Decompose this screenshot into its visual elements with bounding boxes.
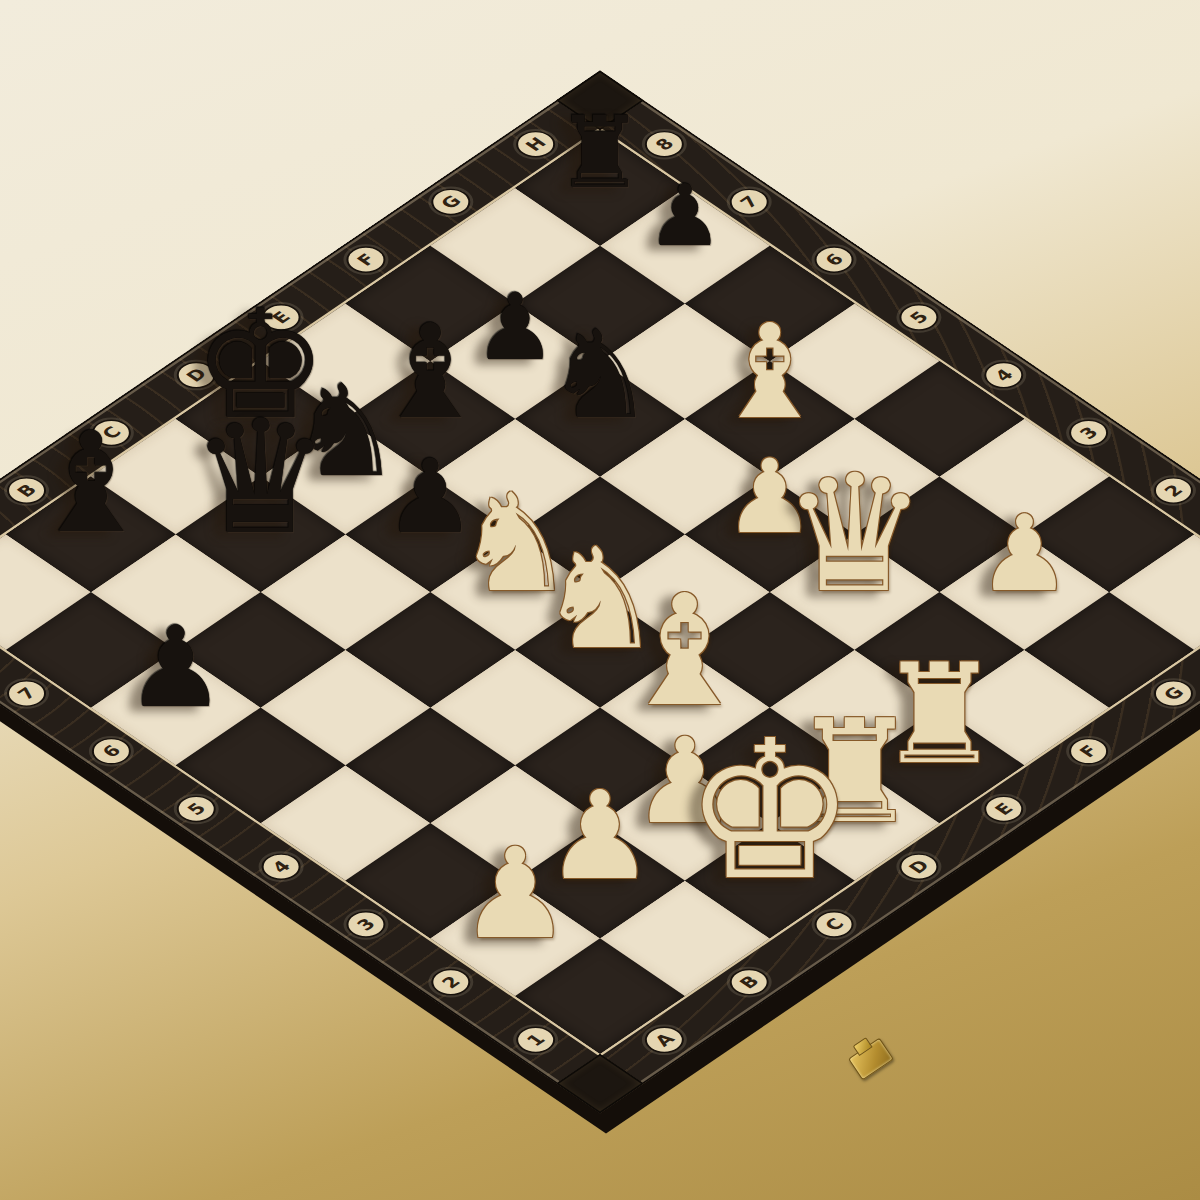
chess-board: AABBCCDDEEFFGGHH1122334455667788 bbox=[0, 71, 1200, 1114]
rank-label-left-5: 5 bbox=[169, 790, 224, 828]
file-label-near-d: D bbox=[891, 848, 946, 886]
rank-label-left-6: 6 bbox=[84, 732, 139, 770]
rank-label-left-3: 3 bbox=[338, 906, 393, 944]
file-label-far-d: D bbox=[169, 356, 224, 394]
photo-background: { "game": "chess", "scene": { "descripti… bbox=[0, 0, 1200, 1200]
file-label-near-f: F bbox=[1061, 732, 1116, 770]
rank-label-right-8: 8 bbox=[637, 125, 692, 163]
file-label-far-e: E bbox=[254, 299, 309, 337]
file-label-near-c: C bbox=[806, 906, 861, 944]
rank-label-left-1: 1 bbox=[508, 1021, 563, 1059]
rank-label-left-7: 7 bbox=[0, 675, 54, 713]
border-corner bbox=[556, 71, 644, 131]
rank-label-left-2: 2 bbox=[423, 963, 478, 1001]
file-label-far-b: B bbox=[0, 472, 54, 510]
rank-label-right-3: 3 bbox=[1061, 414, 1116, 452]
rank-label-right-2: 2 bbox=[1146, 472, 1200, 510]
rank-label-right-7: 7 bbox=[722, 183, 777, 221]
file-label-far-g: G bbox=[423, 183, 478, 221]
file-label-near-b: B bbox=[722, 963, 777, 1001]
rank-label-right-4: 4 bbox=[976, 356, 1031, 394]
chess-board-3d-wrapper: AABBCCDDEEFFGGHH1122334455667788 bbox=[58, 50, 1142, 1134]
rank-label-left-4: 4 bbox=[254, 848, 309, 886]
file-label-near-a: A bbox=[637, 1021, 692, 1059]
file-label-near-g: G bbox=[1146, 675, 1200, 713]
file-label-far-f: F bbox=[338, 241, 393, 279]
rank-label-right-6: 6 bbox=[806, 241, 861, 279]
playing-area bbox=[0, 130, 1200, 1054]
file-label-far-c: C bbox=[84, 414, 139, 452]
file-label-near-e: E bbox=[976, 790, 1031, 828]
file-label-far-h: H bbox=[508, 125, 563, 163]
rank-label-right-5: 5 bbox=[891, 299, 946, 337]
